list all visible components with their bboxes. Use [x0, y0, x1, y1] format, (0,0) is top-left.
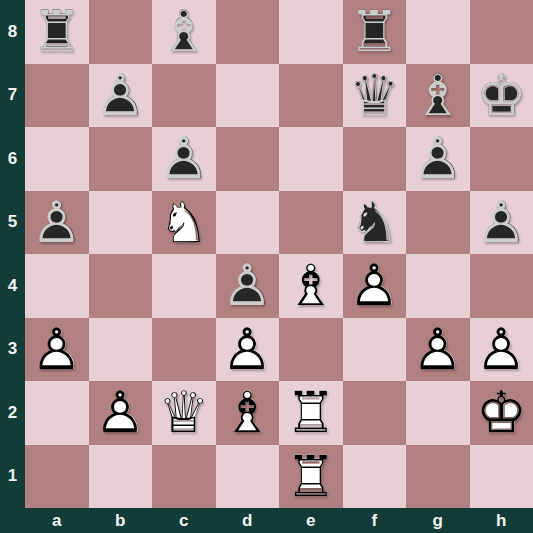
square-h7[interactable]: ♚♔ — [470, 64, 533, 128]
square-d4[interactable]: ♟♙ — [216, 254, 280, 318]
piece-black-pawn-d4[interactable]: ♟♙ — [216, 254, 280, 318]
piece-white-pawn-d3[interactable]: ♟♙ — [216, 318, 280, 382]
rank-label-2: 2 — [0, 381, 25, 445]
file-label-f: f — [343, 508, 407, 533]
file-label-a: a — [25, 508, 89, 533]
piece-white-pawn-h3[interactable]: ♟♙ — [470, 318, 533, 382]
piece-black-queen-f7[interactable]: ♛♕ — [343, 64, 407, 128]
piece-black-king-h7[interactable]: ♚♔ — [470, 64, 533, 128]
square-h6[interactable] — [470, 127, 533, 191]
square-c2[interactable]: ♛♕ — [152, 381, 216, 445]
file-label-g: g — [406, 508, 470, 533]
square-c8[interactable]: ♝♗ — [152, 0, 216, 64]
square-h5[interactable]: ♟♙ — [470, 191, 533, 255]
piece-white-knight-c5[interactable]: ♞♘ — [152, 191, 216, 255]
square-g1[interactable] — [406, 445, 470, 509]
square-b8[interactable] — [89, 0, 153, 64]
square-f2[interactable] — [343, 381, 407, 445]
piece-white-bishop-e4[interactable]: ♝♗ — [279, 254, 343, 318]
piece-black-bishop-c8[interactable]: ♝♗ — [152, 0, 216, 64]
square-d5[interactable] — [216, 191, 280, 255]
square-c6[interactable]: ♟♙ — [152, 127, 216, 191]
rank-label-6: 6 — [0, 127, 25, 191]
square-g3[interactable]: ♟♙ — [406, 318, 470, 382]
file-label-c: c — [152, 508, 216, 533]
piece-black-pawn-g6[interactable]: ♟♙ — [406, 127, 470, 191]
square-g2[interactable] — [406, 381, 470, 445]
square-c1[interactable] — [152, 445, 216, 509]
rank-coordinates: 87654321 — [0, 0, 25, 508]
square-e6[interactable] — [279, 127, 343, 191]
square-h8[interactable] — [470, 0, 533, 64]
piece-black-rook-a8[interactable]: ♜♖ — [25, 0, 89, 64]
file-label-h: h — [470, 508, 533, 533]
piece-white-bishop-d2[interactable]: ♝♗ — [216, 381, 280, 445]
square-f7[interactable]: ♛♕ — [343, 64, 407, 128]
file-label-e: e — [279, 508, 343, 533]
piece-black-knight-f5[interactable]: ♞♘ — [343, 191, 407, 255]
square-g4[interactable] — [406, 254, 470, 318]
square-b4[interactable] — [89, 254, 153, 318]
square-b2[interactable]: ♟♙ — [89, 381, 153, 445]
square-f4[interactable]: ♟♙ — [343, 254, 407, 318]
square-e4[interactable]: ♝♗ — [279, 254, 343, 318]
file-label-b: b — [89, 508, 153, 533]
square-b1[interactable] — [89, 445, 153, 509]
square-a2[interactable] — [25, 381, 89, 445]
square-b6[interactable] — [89, 127, 153, 191]
piece-black-rook-f8[interactable]: ♜♖ — [343, 0, 407, 64]
square-g8[interactable] — [406, 0, 470, 64]
piece-white-pawn-b2[interactable]: ♟♙ — [89, 381, 153, 445]
file-label-d: d — [216, 508, 280, 533]
square-h4[interactable] — [470, 254, 533, 318]
piece-white-rook-e1[interactable]: ♜♖ — [279, 445, 343, 509]
piece-white-pawn-a3[interactable]: ♟♙ — [25, 318, 89, 382]
square-h1[interactable] — [470, 445, 533, 509]
square-a1[interactable] — [25, 445, 89, 509]
square-f1[interactable] — [343, 445, 407, 509]
square-c5[interactable]: ♞♘ — [152, 191, 216, 255]
square-c7[interactable] — [152, 64, 216, 128]
square-e7[interactable] — [279, 64, 343, 128]
square-b7[interactable]: ♟♙ — [89, 64, 153, 128]
piece-white-rook-e2[interactable]: ♜♖ — [279, 381, 343, 445]
square-a4[interactable] — [25, 254, 89, 318]
square-d3[interactable]: ♟♙ — [216, 318, 280, 382]
square-c4[interactable] — [152, 254, 216, 318]
square-g7[interactable]: ♝♗ — [406, 64, 470, 128]
piece-black-pawn-h5[interactable]: ♟♙ — [470, 191, 533, 255]
piece-white-pawn-g3[interactable]: ♟♙ — [406, 318, 470, 382]
square-h3[interactable]: ♟♙ — [470, 318, 533, 382]
file-coordinates: abcdefgh — [25, 508, 533, 533]
piece-white-pawn-f4[interactable]: ♟♙ — [343, 254, 407, 318]
square-g5[interactable] — [406, 191, 470, 255]
square-d7[interactable] — [216, 64, 280, 128]
piece-black-bishop-g7[interactable]: ♝♗ — [406, 64, 470, 128]
square-a7[interactable] — [25, 64, 89, 128]
piece-white-queen-c2[interactable]: ♛♕ — [152, 381, 216, 445]
chess-board: ♜♖♝♗♜♖♟♙♛♕♝♗♚♔♟♙♟♙♟♙♞♘♞♘♟♙♟♙♝♗♟♙♟♙♟♙♟♙♟♙… — [25, 0, 533, 508]
square-a5[interactable]: ♟♙ — [25, 191, 89, 255]
rank-label-4: 4 — [0, 254, 25, 318]
piece-black-pawn-a5[interactable]: ♟♙ — [25, 191, 89, 255]
piece-black-pawn-c6[interactable]: ♟♙ — [152, 127, 216, 191]
square-b3[interactable] — [89, 318, 153, 382]
chess-board-frame: 87654321 ♜♖♝♗♜♖♟♙♛♕♝♗♚♔♟♙♟♙♟♙♞♘♞♘♟♙♟♙♝♗♟… — [0, 0, 533, 533]
square-a3[interactable]: ♟♙ — [25, 318, 89, 382]
rank-label-8: 8 — [0, 0, 25, 64]
square-g6[interactable]: ♟♙ — [406, 127, 470, 191]
square-h2[interactable]: ♚♔ — [470, 381, 533, 445]
rank-label-3: 3 — [0, 318, 25, 382]
square-e3[interactable] — [279, 318, 343, 382]
piece-black-pawn-b7[interactable]: ♟♙ — [89, 64, 153, 128]
square-e5[interactable] — [279, 191, 343, 255]
square-e8[interactable] — [279, 0, 343, 64]
rank-label-5: 5 — [0, 191, 25, 255]
square-a8[interactable]: ♜♖ — [25, 0, 89, 64]
square-e2[interactable]: ♜♖ — [279, 381, 343, 445]
square-e1[interactable]: ♜♖ — [279, 445, 343, 509]
square-a6[interactable] — [25, 127, 89, 191]
square-f6[interactable] — [343, 127, 407, 191]
rank-label-1: 1 — [0, 445, 25, 509]
piece-white-king-h2[interactable]: ♚♔ — [470, 381, 533, 445]
square-d1[interactable] — [216, 445, 280, 509]
square-d2[interactable]: ♝♗ — [216, 381, 280, 445]
square-d6[interactable] — [216, 127, 280, 191]
square-d8[interactable] — [216, 0, 280, 64]
square-f8[interactable]: ♜♖ — [343, 0, 407, 64]
square-b5[interactable] — [89, 191, 153, 255]
rank-label-7: 7 — [0, 64, 25, 128]
square-f5[interactable]: ♞♘ — [343, 191, 407, 255]
square-f3[interactable] — [343, 318, 407, 382]
square-c3[interactable] — [152, 318, 216, 382]
